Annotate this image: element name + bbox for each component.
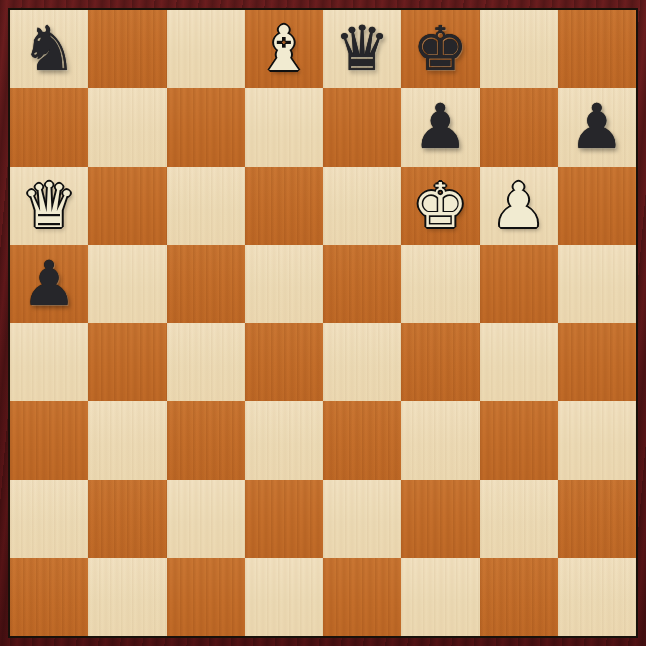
square-c5[interactable]: [167, 245, 245, 323]
square-d5[interactable]: [245, 245, 323, 323]
square-d6[interactable]: [245, 167, 323, 245]
square-c6[interactable]: [167, 167, 245, 245]
piece-white-queen[interactable]: ♛: [21, 167, 77, 245]
square-g4[interactable]: [480, 323, 558, 401]
square-g3[interactable]: [480, 401, 558, 479]
square-a6[interactable]: ♛: [10, 167, 88, 245]
square-h4[interactable]: [558, 323, 636, 401]
square-d3[interactable]: [245, 401, 323, 479]
square-b5[interactable]: [88, 245, 166, 323]
square-d2[interactable]: [245, 480, 323, 558]
square-e5[interactable]: [323, 245, 401, 323]
piece-black-knight[interactable]: ♞: [21, 10, 77, 88]
piece-black-king[interactable]: ♚: [413, 10, 469, 88]
square-c2[interactable]: [167, 480, 245, 558]
square-c8[interactable]: [167, 10, 245, 88]
square-c1[interactable]: [167, 558, 245, 636]
square-f8[interactable]: ♚: [401, 10, 479, 88]
chess-board: ♞♝♛♚♟♟♛♚♟♟: [10, 10, 636, 636]
square-g6[interactable]: ♟: [480, 167, 558, 245]
square-d4[interactable]: [245, 323, 323, 401]
square-a5[interactable]: ♟: [10, 245, 88, 323]
square-b6[interactable]: [88, 167, 166, 245]
square-g7[interactable]: [480, 88, 558, 166]
piece-black-queen[interactable]: ♛: [334, 10, 390, 88]
square-g5[interactable]: [480, 245, 558, 323]
square-g8[interactable]: [480, 10, 558, 88]
board-inner-border: ♞♝♛♚♟♟♛♚♟♟: [8, 8, 638, 638]
piece-black-pawn[interactable]: ♟: [413, 88, 469, 166]
square-c4[interactable]: [167, 323, 245, 401]
square-f6[interactable]: ♚: [401, 167, 479, 245]
square-e2[interactable]: [323, 480, 401, 558]
chess-app: ♞♝♛♚♟♟♛♚♟♟: [0, 0, 646, 646]
square-b1[interactable]: [88, 558, 166, 636]
square-h5[interactable]: [558, 245, 636, 323]
square-e8[interactable]: ♛: [323, 10, 401, 88]
square-g2[interactable]: [480, 480, 558, 558]
square-h1[interactable]: [558, 558, 636, 636]
square-h2[interactable]: [558, 480, 636, 558]
square-b4[interactable]: [88, 323, 166, 401]
square-b8[interactable]: [88, 10, 166, 88]
square-h8[interactable]: [558, 10, 636, 88]
square-a1[interactable]: [10, 558, 88, 636]
square-f3[interactable]: [401, 401, 479, 479]
square-h3[interactable]: [558, 401, 636, 479]
piece-black-pawn[interactable]: ♟: [21, 245, 77, 323]
square-e7[interactable]: [323, 88, 401, 166]
square-a8[interactable]: ♞: [10, 10, 88, 88]
square-f2[interactable]: [401, 480, 479, 558]
square-f1[interactable]: [401, 558, 479, 636]
square-e6[interactable]: [323, 167, 401, 245]
square-f5[interactable]: [401, 245, 479, 323]
square-a4[interactable]: [10, 323, 88, 401]
piece-black-pawn[interactable]: ♟: [569, 88, 625, 166]
piece-white-pawn[interactable]: ♟: [491, 167, 547, 245]
square-e3[interactable]: [323, 401, 401, 479]
square-e4[interactable]: [323, 323, 401, 401]
square-f4[interactable]: [401, 323, 479, 401]
square-c3[interactable]: [167, 401, 245, 479]
square-a2[interactable]: [10, 480, 88, 558]
square-g1[interactable]: [480, 558, 558, 636]
square-b7[interactable]: [88, 88, 166, 166]
square-b3[interactable]: [88, 401, 166, 479]
square-a3[interactable]: [10, 401, 88, 479]
square-b2[interactable]: [88, 480, 166, 558]
square-d7[interactable]: [245, 88, 323, 166]
board-frame: ♞♝♛♚♟♟♛♚♟♟: [0, 0, 646, 646]
square-d1[interactable]: [245, 558, 323, 636]
piece-white-bishop[interactable]: ♝: [256, 10, 312, 88]
square-d8[interactable]: ♝: [245, 10, 323, 88]
square-c7[interactable]: [167, 88, 245, 166]
square-f7[interactable]: ♟: [401, 88, 479, 166]
square-h6[interactable]: [558, 167, 636, 245]
square-h7[interactable]: ♟: [558, 88, 636, 166]
piece-white-king[interactable]: ♚: [413, 167, 469, 245]
square-e1[interactable]: [323, 558, 401, 636]
square-a7[interactable]: [10, 88, 88, 166]
